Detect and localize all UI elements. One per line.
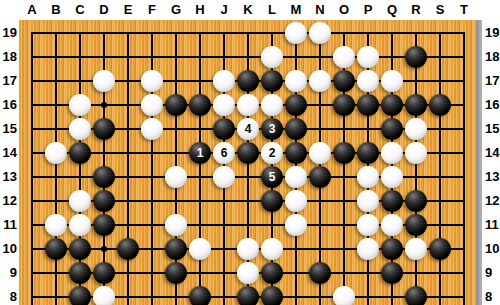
stone-black-O17[interactable]: [333, 70, 355, 92]
intersection-E18[interactable]: [116, 45, 140, 69]
stone-white-Q11[interactable]: [381, 214, 403, 236]
intersection-L11[interactable]: [260, 213, 284, 237]
intersection-O18[interactable]: [332, 45, 356, 69]
intersection-O10[interactable]: [332, 237, 356, 261]
stone-black-Q15[interactable]: [381, 118, 403, 140]
stone-black-R11[interactable]: [405, 214, 427, 236]
intersection-P14[interactable]: [356, 141, 380, 165]
intersection-D11[interactable]: [92, 213, 116, 237]
intersection-E17[interactable]: [116, 69, 140, 93]
intersection-C11[interactable]: [68, 213, 92, 237]
intersection-G18[interactable]: [164, 45, 188, 69]
intersection-J10[interactable]: [212, 237, 236, 261]
stone-white-H10[interactable]: [189, 238, 211, 260]
intersection-H9[interactable]: [188, 261, 212, 285]
intersection-R14[interactable]: [404, 141, 428, 165]
intersection-K16[interactable]: [236, 93, 260, 117]
intersection-K10[interactable]: [236, 237, 260, 261]
intersection-K17[interactable]: [236, 69, 260, 93]
intersection-D10[interactable]: [92, 237, 116, 261]
stone-white-K16[interactable]: [237, 94, 259, 116]
intersection-S15[interactable]: [428, 117, 452, 141]
intersection-M9[interactable]: [284, 261, 308, 285]
stone-black-L12[interactable]: [261, 190, 283, 212]
intersection-P12[interactable]: [356, 189, 380, 213]
stone-black-L17[interactable]: [261, 70, 283, 92]
intersection-H11[interactable]: [188, 213, 212, 237]
stone-white-J17[interactable]: [213, 70, 235, 92]
stone-white-M12[interactable]: [285, 190, 307, 212]
intersection-E10[interactable]: [116, 237, 140, 261]
intersection-K15[interactable]: 4: [236, 117, 260, 141]
stone-white-M11[interactable]: [285, 214, 307, 236]
stone-white-P13[interactable]: [357, 166, 379, 188]
stone-black-P14[interactable]: [357, 142, 379, 164]
intersection-S19[interactable]: [428, 21, 452, 45]
intersection-T13[interactable]: [452, 165, 476, 189]
intersection-O8[interactable]: [332, 285, 356, 305]
intersection-B8[interactable]: [44, 285, 68, 305]
intersection-O14[interactable]: [332, 141, 356, 165]
intersection-M16[interactable]: [284, 93, 308, 117]
stone-white-M17[interactable]: [285, 70, 307, 92]
intersection-K13[interactable]: [236, 165, 260, 189]
intersection-R9[interactable]: [404, 261, 428, 285]
stone-white-J16[interactable]: [213, 94, 235, 116]
stone-black-S16[interactable]: [429, 94, 451, 116]
intersection-G13[interactable]: [164, 165, 188, 189]
stone-black-K17[interactable]: [237, 70, 259, 92]
intersection-C18[interactable]: [68, 45, 92, 69]
intersection-L15[interactable]: 3: [260, 117, 284, 141]
intersection-C15[interactable]: [68, 117, 92, 141]
intersection-J8[interactable]: [212, 285, 236, 305]
stone-white-Q17[interactable]: [381, 70, 403, 92]
intersection-P11[interactable]: [356, 213, 380, 237]
intersection-S12[interactable]: [428, 189, 452, 213]
stone-white-C11[interactable]: [69, 214, 91, 236]
intersection-L8[interactable]: [260, 285, 284, 305]
intersection-R19[interactable]: [404, 21, 428, 45]
intersection-L13[interactable]: 5: [260, 165, 284, 189]
intersection-O19[interactable]: [332, 21, 356, 45]
stone-white-L16[interactable]: [261, 94, 283, 116]
intersection-B15[interactable]: [44, 117, 68, 141]
stone-black-N9[interactable]: [309, 262, 331, 284]
intersection-M18[interactable]: [284, 45, 308, 69]
intersection-N9[interactable]: [308, 261, 332, 285]
intersection-J11[interactable]: [212, 213, 236, 237]
intersection-D13[interactable]: [92, 165, 116, 189]
intersection-M14[interactable]: [284, 141, 308, 165]
intersection-S16[interactable]: [428, 93, 452, 117]
intersection-Q12[interactable]: [380, 189, 404, 213]
intersection-H12[interactable]: [188, 189, 212, 213]
stone-black-D15[interactable]: [93, 118, 115, 140]
intersection-C10[interactable]: [68, 237, 92, 261]
stone-black-R18[interactable]: [405, 46, 427, 68]
intersection-N19[interactable]: [308, 21, 332, 45]
stone-white-P18[interactable]: [357, 46, 379, 68]
intersection-G9[interactable]: [164, 261, 188, 285]
intersection-G11[interactable]: [164, 213, 188, 237]
stone-black-O14[interactable]: [333, 142, 355, 164]
intersection-L10[interactable]: [260, 237, 284, 261]
stone-black-E10[interactable]: [117, 238, 139, 260]
intersection-J15[interactable]: [212, 117, 236, 141]
intersection-G10[interactable]: [164, 237, 188, 261]
intersection-M12[interactable]: [284, 189, 308, 213]
stone-white-L18[interactable]: [261, 46, 283, 68]
stone-black-G10[interactable]: [165, 238, 187, 260]
intersection-P13[interactable]: [356, 165, 380, 189]
intersection-L9[interactable]: [260, 261, 284, 285]
intersection-H18[interactable]: [188, 45, 212, 69]
stone-black-M14[interactable]: [285, 142, 307, 164]
intersection-C19[interactable]: [68, 21, 92, 45]
intersection-D14[interactable]: [92, 141, 116, 165]
intersection-H16[interactable]: [188, 93, 212, 117]
intersection-F14[interactable]: [140, 141, 164, 165]
intersection-C13[interactable]: [68, 165, 92, 189]
stone-black-M15[interactable]: [285, 118, 307, 140]
intersection-F18[interactable]: [140, 45, 164, 69]
stone-black-Q16[interactable]: [381, 94, 403, 116]
stone-white-P12[interactable]: [357, 190, 379, 212]
intersection-G16[interactable]: [164, 93, 188, 117]
intersection-A11[interactable]: [20, 213, 44, 237]
intersection-D12[interactable]: [92, 189, 116, 213]
intersection-O17[interactable]: [332, 69, 356, 93]
stone-black-Q12[interactable]: [381, 190, 403, 212]
intersection-Q19[interactable]: [380, 21, 404, 45]
intersection-D16[interactable]: [92, 93, 116, 117]
stone-white-F16[interactable]: [141, 94, 163, 116]
intersection-H13[interactable]: [188, 165, 212, 189]
intersection-O13[interactable]: [332, 165, 356, 189]
intersection-D8[interactable]: [92, 285, 116, 305]
stone-white-B11[interactable]: [45, 214, 67, 236]
intersection-M11[interactable]: [284, 213, 308, 237]
stone-white-F15[interactable]: [141, 118, 163, 140]
intersection-B10[interactable]: [44, 237, 68, 261]
intersection-D15[interactable]: [92, 117, 116, 141]
intersection-T12[interactable]: [452, 189, 476, 213]
intersection-G8[interactable]: [164, 285, 188, 305]
intersection-K12[interactable]: [236, 189, 260, 213]
intersection-D9[interactable]: [92, 261, 116, 285]
intersection-E11[interactable]: [116, 213, 140, 237]
intersection-M10[interactable]: [284, 237, 308, 261]
intersection-S18[interactable]: [428, 45, 452, 69]
intersection-F9[interactable]: [140, 261, 164, 285]
intersection-R8[interactable]: [404, 285, 428, 305]
intersection-P10[interactable]: [356, 237, 380, 261]
intersection-A8[interactable]: [20, 285, 44, 305]
stone-black-G16[interactable]: [165, 94, 187, 116]
stone-white-Q13[interactable]: [381, 166, 403, 188]
intersection-H15[interactable]: [188, 117, 212, 141]
stone-white-J13[interactable]: [213, 166, 235, 188]
intersection-F12[interactable]: [140, 189, 164, 213]
intersection-P17[interactable]: [356, 69, 380, 93]
intersection-H14[interactable]: 1: [188, 141, 212, 165]
intersection-J16[interactable]: [212, 93, 236, 117]
intersection-K11[interactable]: [236, 213, 260, 237]
intersection-B18[interactable]: [44, 45, 68, 69]
intersection-J19[interactable]: [212, 21, 236, 45]
stone-black-D11[interactable]: [93, 214, 115, 236]
intersection-N18[interactable]: [308, 45, 332, 69]
stone-black-C10[interactable]: [69, 238, 91, 260]
stone-white-N17[interactable]: [309, 70, 331, 92]
intersection-Q14[interactable]: [380, 141, 404, 165]
intersection-G17[interactable]: [164, 69, 188, 93]
stone-white-R15[interactable]: [405, 118, 427, 140]
intersection-A13[interactable]: [20, 165, 44, 189]
intersection-R10[interactable]: [404, 237, 428, 261]
intersection-L14[interactable]: 2: [260, 141, 284, 165]
stone-black-C8[interactable]: [69, 286, 91, 305]
intersection-P16[interactable]: [356, 93, 380, 117]
stone-black-R16[interactable]: [405, 94, 427, 116]
intersection-C14[interactable]: [68, 141, 92, 165]
intersection-J17[interactable]: [212, 69, 236, 93]
intersection-F19[interactable]: [140, 21, 164, 45]
intersection-L12[interactable]: [260, 189, 284, 213]
stone-black-B10[interactable]: [45, 238, 67, 260]
intersection-H8[interactable]: [188, 285, 212, 305]
intersection-T17[interactable]: [452, 69, 476, 93]
intersection-B11[interactable]: [44, 213, 68, 237]
intersection-C17[interactable]: [68, 69, 92, 93]
intersection-T9[interactable]: [452, 261, 476, 285]
intersection-A16[interactable]: [20, 93, 44, 117]
intersection-O11[interactable]: [332, 213, 356, 237]
intersection-H17[interactable]: [188, 69, 212, 93]
intersection-P8[interactable]: [356, 285, 380, 305]
intersection-E9[interactable]: [116, 261, 140, 285]
intersection-S9[interactable]: [428, 261, 452, 285]
stone-white-C16[interactable]: [69, 94, 91, 116]
intersection-A15[interactable]: [20, 117, 44, 141]
intersection-E16[interactable]: [116, 93, 140, 117]
intersection-E14[interactable]: [116, 141, 140, 165]
stone-black-K8[interactable]: [237, 286, 259, 305]
intersection-L18[interactable]: [260, 45, 284, 69]
intersection-G14[interactable]: [164, 141, 188, 165]
intersection-F13[interactable]: [140, 165, 164, 189]
stone-white-D8[interactable]: [93, 286, 115, 305]
intersection-N11[interactable]: [308, 213, 332, 237]
intersection-M15[interactable]: [284, 117, 308, 141]
intersection-Q18[interactable]: [380, 45, 404, 69]
intersection-O16[interactable]: [332, 93, 356, 117]
intersection-M17[interactable]: [284, 69, 308, 93]
intersection-N10[interactable]: [308, 237, 332, 261]
stone-white-G13[interactable]: [165, 166, 187, 188]
intersection-A9[interactable]: [20, 261, 44, 285]
intersection-T10[interactable]: [452, 237, 476, 261]
intersection-F10[interactable]: [140, 237, 164, 261]
stone-black-L8[interactable]: [261, 286, 283, 305]
intersection-C9[interactable]: [68, 261, 92, 285]
intersection-M13[interactable]: [284, 165, 308, 189]
intersection-G19[interactable]: [164, 21, 188, 45]
intersection-Q8[interactable]: [380, 285, 404, 305]
stone-white-J14-move-6[interactable]: 6: [213, 142, 235, 164]
stone-white-R14[interactable]: [405, 142, 427, 164]
intersection-R13[interactable]: [404, 165, 428, 189]
intersection-J12[interactable]: [212, 189, 236, 213]
stone-white-F17[interactable]: [141, 70, 163, 92]
intersection-E19[interactable]: [116, 21, 140, 45]
intersection-S14[interactable]: [428, 141, 452, 165]
stone-white-L14-move-2[interactable]: 2: [261, 142, 283, 164]
intersection-R12[interactable]: [404, 189, 428, 213]
intersection-N13[interactable]: [308, 165, 332, 189]
intersection-F16[interactable]: [140, 93, 164, 117]
intersection-Q11[interactable]: [380, 213, 404, 237]
intersection-A18[interactable]: [20, 45, 44, 69]
intersection-B14[interactable]: [44, 141, 68, 165]
stone-black-H8[interactable]: [189, 286, 211, 305]
intersection-N14[interactable]: [308, 141, 332, 165]
intersection-K9[interactable]: [236, 261, 260, 285]
intersection-E15[interactable]: [116, 117, 140, 141]
stone-black-P16[interactable]: [357, 94, 379, 116]
intersection-M8[interactable]: [284, 285, 308, 305]
intersection-G15[interactable]: [164, 117, 188, 141]
stone-white-K10[interactable]: [237, 238, 259, 260]
intersection-N15[interactable]: [308, 117, 332, 141]
intersection-K18[interactable]: [236, 45, 260, 69]
intersection-H19[interactable]: [188, 21, 212, 45]
stone-white-K9[interactable]: [237, 262, 259, 284]
intersection-F17[interactable]: [140, 69, 164, 93]
intersection-Q9[interactable]: [380, 261, 404, 285]
intersection-F8[interactable]: [140, 285, 164, 305]
intersection-Q13[interactable]: [380, 165, 404, 189]
stone-black-Q9[interactable]: [381, 262, 403, 284]
intersection-S11[interactable]: [428, 213, 452, 237]
intersection-K8[interactable]: [236, 285, 260, 305]
intersection-G12[interactable]: [164, 189, 188, 213]
intersection-S17[interactable]: [428, 69, 452, 93]
intersection-D19[interactable]: [92, 21, 116, 45]
intersection-E12[interactable]: [116, 189, 140, 213]
intersection-J18[interactable]: [212, 45, 236, 69]
intersection-S13[interactable]: [428, 165, 452, 189]
stone-white-M19[interactable]: [285, 22, 307, 44]
intersection-O12[interactable]: [332, 189, 356, 213]
intersection-A19[interactable]: [20, 21, 44, 45]
intersection-L17[interactable]: [260, 69, 284, 93]
intersection-R16[interactable]: [404, 93, 428, 117]
stone-black-Q10[interactable]: [381, 238, 403, 260]
stone-black-K14[interactable]: [237, 142, 259, 164]
stone-white-P17[interactable]: [357, 70, 379, 92]
stone-black-J15[interactable]: [213, 118, 235, 140]
stone-black-D13[interactable]: [93, 166, 115, 188]
stone-white-L10[interactable]: [261, 238, 283, 260]
intersection-K14[interactable]: [236, 141, 260, 165]
intersection-D17[interactable]: [92, 69, 116, 93]
intersection-B9[interactable]: [44, 261, 68, 285]
intersection-A12[interactable]: [20, 189, 44, 213]
intersection-P18[interactable]: [356, 45, 380, 69]
intersection-L16[interactable]: [260, 93, 284, 117]
intersection-B13[interactable]: [44, 165, 68, 189]
intersection-R18[interactable]: [404, 45, 428, 69]
stone-white-P11[interactable]: [357, 214, 379, 236]
intersection-S8[interactable]: [428, 285, 452, 305]
intersection-R15[interactable]: [404, 117, 428, 141]
intersection-P15[interactable]: [356, 117, 380, 141]
intersection-J13[interactable]: [212, 165, 236, 189]
intersection-F11[interactable]: [140, 213, 164, 237]
intersection-K19[interactable]: [236, 21, 260, 45]
intersection-O15[interactable]: [332, 117, 356, 141]
intersection-L19[interactable]: [260, 21, 284, 45]
intersection-N8[interactable]: [308, 285, 332, 305]
intersection-T19[interactable]: [452, 21, 476, 45]
intersection-E8[interactable]: [116, 285, 140, 305]
intersection-Q10[interactable]: [380, 237, 404, 261]
stone-black-R12[interactable]: [405, 190, 427, 212]
stone-black-N13[interactable]: [309, 166, 331, 188]
intersection-J14[interactable]: 6: [212, 141, 236, 165]
stone-white-R10[interactable]: [405, 238, 427, 260]
intersection-T11[interactable]: [452, 213, 476, 237]
stone-black-C9[interactable]: [69, 262, 91, 284]
stone-white-C12[interactable]: [69, 190, 91, 212]
intersection-C16[interactable]: [68, 93, 92, 117]
intersection-A17[interactable]: [20, 69, 44, 93]
stone-black-D12[interactable]: [93, 190, 115, 212]
stone-white-B14[interactable]: [45, 142, 67, 164]
stone-black-G9[interactable]: [165, 262, 187, 284]
intersection-B19[interactable]: [44, 21, 68, 45]
stone-white-K15-move-4[interactable]: 4: [237, 118, 259, 140]
intersection-T16[interactable]: [452, 93, 476, 117]
intersection-H10[interactable]: [188, 237, 212, 261]
intersection-N12[interactable]: [308, 189, 332, 213]
stone-black-S10[interactable]: [429, 238, 451, 260]
intersection-T8[interactable]: [452, 285, 476, 305]
intersection-T14[interactable]: [452, 141, 476, 165]
stone-black-L9[interactable]: [261, 262, 283, 284]
stone-black-M16[interactable]: [285, 94, 307, 116]
intersection-R11[interactable]: [404, 213, 428, 237]
stone-black-R8[interactable]: [405, 286, 427, 305]
intersection-Q16[interactable]: [380, 93, 404, 117]
stone-white-N14[interactable]: [309, 142, 331, 164]
stone-white-Q14[interactable]: [381, 142, 403, 164]
intersection-Q17[interactable]: [380, 69, 404, 93]
intersection-C12[interactable]: [68, 189, 92, 213]
intersection-P19[interactable]: [356, 21, 380, 45]
intersection-E13[interactable]: [116, 165, 140, 189]
stone-black-L15-move-3[interactable]: 3: [261, 118, 283, 140]
stone-black-H16[interactable]: [189, 94, 211, 116]
intersection-Q15[interactable]: [380, 117, 404, 141]
intersection-N16[interactable]: [308, 93, 332, 117]
stone-black-O16[interactable]: [333, 94, 355, 116]
stone-white-G11[interactable]: [165, 214, 187, 236]
intersection-B16[interactable]: [44, 93, 68, 117]
stone-white-O18[interactable]: [333, 46, 355, 68]
